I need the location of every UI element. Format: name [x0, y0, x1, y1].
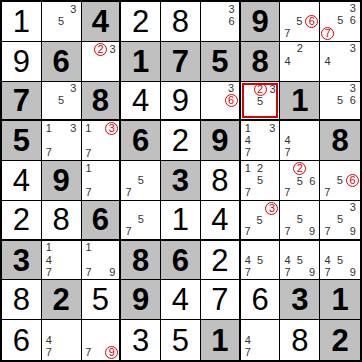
empty-slot [147, 187, 159, 199]
candidate-slot-5: 5 [254, 174, 266, 186]
empty-slot [55, 266, 67, 278]
cell-r3c4[interactable]: 4 [121, 82, 161, 122]
solved-digit: 8 [2, 280, 41, 319]
empty-slot [306, 162, 318, 175]
given-digit: 2 [42, 280, 81, 319]
cell-r4c5[interactable]: 2 [161, 121, 201, 161]
pencil-marks: 147 [43, 242, 80, 279]
empty-slot [346, 55, 359, 67]
empty-slot [105, 334, 118, 346]
empty-slot [242, 242, 254, 254]
candidate-7: 7 [85, 267, 91, 278]
empty-slot [321, 3, 334, 15]
empty-slot [294, 242, 306, 254]
empty-slot [213, 94, 224, 107]
empty-slot [266, 266, 278, 278]
empty-slot [105, 147, 118, 159]
cell-r8c2[interactable]: 2 [42, 280, 82, 320]
cell-r7c6[interactable]: 2 [201, 241, 241, 281]
candidate-3: 3 [269, 123, 275, 134]
empty-slot [55, 3, 67, 15]
cell-r2c2[interactable]: 6 [42, 42, 82, 82]
cell-r3c3[interactable]: 8 [82, 82, 122, 122]
cell-r2c1[interactable]: 9 [2, 42, 42, 82]
cell-r4c4[interactable]: 6 [121, 121, 161, 161]
cell-r7c5[interactable]: 6 [161, 241, 201, 281]
empty-slot [306, 187, 318, 199]
empty-slot [321, 174, 333, 187]
candidate-4: 4 [285, 135, 291, 146]
cell-r6c6[interactable]: 4 [201, 201, 241, 241]
candidate-6-circled: 6 [225, 94, 238, 107]
cell-r1c4[interactable]: 2 [121, 2, 161, 42]
candidate-slot-7: 7 [281, 28, 293, 40]
candidate-slot-3: 3 [67, 122, 79, 134]
empty-slot [242, 202, 254, 215]
pencil-marks: 457 [242, 242, 279, 279]
cell-r2c7[interactable]: 8 [241, 42, 281, 82]
cell-r4c2[interactable]: 137 [42, 121, 82, 161]
pencil-marks: 24 [281, 43, 318, 80]
candidate-slot-7: 7 [43, 346, 55, 359]
empty-slot [67, 106, 79, 118]
empty-slot [43, 15, 55, 27]
empty-slot [105, 135, 118, 147]
pencil-marks: 567 [281, 3, 318, 40]
empty-slot [321, 83, 334, 95]
candidate-7: 7 [324, 226, 330, 237]
candidate-5: 5 [337, 214, 343, 225]
cell-r6c3[interactable]: 6 [82, 201, 122, 241]
candidate-7: 7 [245, 226, 251, 237]
empty-slot [83, 254, 95, 266]
empty-slot [147, 162, 159, 174]
cell-r3c5[interactable]: 9 [161, 82, 201, 122]
empty-slot [321, 15, 334, 27]
cell-r4c1[interactable]: 5 [2, 121, 42, 161]
given-digit: 1 [280, 82, 319, 120]
empty-slot [55, 254, 67, 266]
empty-slot [94, 242, 106, 254]
cell-r6c7[interactable]: 357 [241, 201, 281, 241]
empty-slot [321, 106, 334, 118]
candidate-slot-7: 7 [242, 187, 254, 199]
candidate-slot-2: 2 [94, 43, 107, 56]
cell-r6c5[interactable]: 1 [161, 201, 201, 241]
empty-slot [266, 334, 278, 347]
cell-r8c4[interactable]: 9 [121, 280, 161, 320]
cell-r2c9[interactable]: 34 [320, 42, 360, 82]
candidate-slot-7: 7 [281, 266, 293, 278]
cell-r2c6[interactable]: 5 [201, 42, 241, 82]
cell-r3c6[interactable]: 36 [201, 82, 241, 122]
empty-slot [107, 68, 118, 80]
empty-slot [202, 15, 214, 27]
cell-r5c3[interactable]: 17 [82, 161, 122, 201]
cell-r3c9[interactable]: 356 [320, 82, 360, 122]
cell-r7c8[interactable]: 4579 [280, 241, 320, 281]
pencil-marks: 36 [202, 3, 238, 40]
candidate-slot-7: 7 [242, 226, 254, 237]
cell-r8c7[interactable]: 6 [241, 280, 281, 320]
pencil-marks: 57 [122, 162, 159, 199]
empty-slot [94, 254, 106, 266]
empty-slot [294, 226, 306, 238]
cell-r1c7[interactable]: 9 [241, 2, 281, 42]
candidate-7-circled: 7 [321, 27, 334, 40]
candidate-7: 7 [85, 347, 91, 358]
empty-slot [43, 135, 55, 147]
solved-digit: 8 [161, 2, 200, 41]
cell-r3c1[interactable]: 7 [2, 82, 42, 122]
cell-r1c1[interactable]: 1 [2, 2, 42, 42]
candidate-7: 7 [245, 187, 251, 198]
candidate-4: 4 [285, 255, 291, 266]
candidate-3: 3 [228, 83, 234, 94]
candidate-2: 2 [297, 43, 303, 54]
cell-r4c3[interactable]: 137 [82, 121, 122, 161]
cell-r2c8[interactable]: 24 [280, 42, 320, 82]
cell-r1c5[interactable]: 8 [161, 2, 201, 42]
pencil-marks: 137 [83, 122, 119, 159]
empty-slot [135, 202, 147, 214]
empty-slot [294, 67, 306, 79]
empty-slot [346, 162, 359, 174]
candidate-5: 5 [257, 255, 263, 266]
candidate-slot-3: 3 [347, 3, 359, 15]
empty-slot [321, 67, 334, 79]
candidate-7: 7 [125, 187, 131, 198]
candidate-5: 5 [337, 15, 343, 26]
empty-slot [83, 174, 95, 186]
cell-r1c6[interactable]: 36 [201, 2, 241, 42]
candidate-7: 7 [285, 147, 291, 158]
empty-slot [306, 254, 318, 266]
cell-r2c3[interactable]: 23 [82, 42, 122, 82]
pencil-marks: 357 [242, 202, 279, 238]
solved-digit: 8 [201, 161, 239, 200]
candidate-slot-3: 3 [346, 202, 359, 214]
cell-r1c8[interactable]: 567 [280, 2, 320, 42]
given-digit: 9 [121, 280, 160, 319]
cell-r9c8[interactable]: 8 [280, 320, 320, 360]
empty-slot [334, 67, 347, 79]
cell-r7c4[interactable]: 8 [121, 241, 161, 281]
candidate-slot-6: 6 [305, 15, 318, 28]
candidate-5: 5 [337, 255, 343, 266]
empty-slot [122, 162, 134, 174]
candidate-5: 5 [297, 176, 303, 187]
candidate-slot-3: 3 [226, 3, 238, 15]
empty-slot [334, 106, 347, 118]
cell-r6c4[interactable]: 57 [121, 201, 161, 241]
empty-slot [281, 202, 293, 214]
pencil-marks: 4579 [281, 242, 318, 279]
cell-r3c7[interactable]: 235 [241, 82, 281, 122]
cell-r8c9[interactable]: 1 [320, 280, 360, 320]
candidate-slot-5: 5 [55, 15, 67, 27]
candidate-slot-7: 7 [83, 147, 94, 159]
cell-r6c9[interactable]: 3579 [320, 201, 360, 241]
candidate-slot-7: 7 [83, 346, 94, 359]
empty-slot [55, 242, 67, 254]
pencil-marks: 57 [122, 202, 159, 238]
empty-slot [122, 214, 134, 226]
pencil-marks: 2567 [281, 162, 318, 199]
empty-slot [55, 334, 67, 347]
empty-slot [122, 202, 134, 214]
cell-r1c9[interactable]: 3567 [320, 2, 360, 42]
cell-r9c3[interactable]: 79 [82, 320, 122, 360]
cell-r5c9[interactable]: 567 [320, 161, 360, 201]
candidate-slot-5: 5 [294, 254, 306, 266]
solved-digit: 3 [121, 320, 160, 360]
empty-slot [266, 162, 278, 174]
cell-r4c9[interactable]: 8 [320, 121, 360, 161]
candidate-slot-4: 4 [242, 254, 254, 266]
candidate-2-circled: 2 [254, 83, 267, 96]
empty-slot [106, 187, 118, 199]
cell-r6c2[interactable]: 8 [42, 201, 82, 241]
empty-slot [334, 3, 346, 15]
cell-r1c3[interactable]: 4 [82, 2, 122, 42]
empty-slot [43, 321, 55, 334]
cell-r8c3[interactable]: 5 [82, 280, 122, 320]
empty-slot [94, 122, 105, 135]
cell-r4c6[interactable]: 9 [201, 121, 241, 161]
empty-slot [281, 162, 293, 175]
empty-slot [265, 215, 278, 226]
candidate-slot-2: 2 [293, 162, 306, 175]
candidate-slot-7: 7 [281, 147, 293, 159]
candidate-2: 2 [257, 163, 263, 174]
empty-slot [83, 56, 94, 68]
empty-slot [294, 202, 306, 214]
candidate-7: 7 [46, 347, 52, 358]
cell-r2c4[interactable]: 1 [121, 42, 161, 82]
given-digit: 3 [280, 280, 319, 319]
empty-slot [67, 242, 79, 254]
empty-slot [202, 3, 214, 15]
candidate-7: 7 [46, 267, 52, 278]
candidate-slot-1: 1 [43, 122, 55, 134]
cell-r7c9[interactable]: 4579 [320, 241, 360, 281]
candidate-1: 1 [85, 123, 91, 134]
pencil-marks: 356 [321, 83, 359, 119]
empty-slot [266, 187, 278, 199]
empty-slot [265, 226, 278, 237]
candidate-7: 7 [284, 28, 290, 39]
candidate-slot-5: 5 [294, 214, 306, 226]
empty-slot [83, 68, 94, 80]
candidate-7: 7 [324, 267, 330, 278]
cell-r5c4[interactable]: 57 [121, 161, 161, 201]
cell-r5c2[interactable]: 9 [42, 161, 82, 201]
empty-slot [202, 107, 213, 118]
cell-r5c1[interactable]: 4 [2, 161, 42, 201]
candidate-7: 7 [324, 187, 330, 198]
candidate-slot-5: 5 [293, 175, 306, 187]
candidate-9: 9 [109, 267, 115, 278]
cell-r9c2[interactable]: 47 [42, 320, 82, 360]
pencil-marks: 47 [43, 321, 80, 359]
cell-r4c8[interactable]: 47 [280, 121, 320, 161]
pencil-marks: 3579 [321, 202, 359, 238]
cell-r2c5[interactable]: 7 [161, 42, 201, 82]
given-digit: 2 [320, 320, 360, 360]
cell-r9c9[interactable]: 2 [320, 320, 360, 360]
candidate-3: 3 [70, 4, 76, 15]
given-digit: 9 [241, 2, 280, 41]
candidate-slot-2: 2 [254, 83, 267, 96]
empty-slot [94, 135, 105, 147]
candidate-slot-3: 3 [225, 83, 238, 94]
cell-r9c4[interactable]: 3 [121, 320, 161, 360]
candidate-5: 5 [256, 215, 262, 226]
pencil-marks: 36 [202, 83, 238, 119]
pencil-marks: 34 [321, 43, 359, 80]
candidate-slot-9: 9 [306, 226, 318, 238]
empty-slot [67, 266, 79, 278]
candidate-slot-6: 6 [347, 15, 359, 27]
candidate-6: 6 [350, 15, 356, 26]
empty-slot [306, 214, 318, 226]
empty-slot [321, 162, 333, 174]
empty-slot [83, 334, 94, 346]
candidate-9: 9 [350, 267, 356, 278]
candidate-3: 3 [110, 44, 116, 55]
candidate-3: 3 [350, 83, 356, 94]
empty-slot [334, 242, 347, 254]
pencil-marks: 137 [43, 122, 80, 159]
empty-slot [94, 174, 106, 186]
candidate-slot-9: 9 [105, 346, 118, 359]
empty-slot [55, 135, 67, 147]
candidate-slot-5: 5 [135, 214, 147, 226]
cell-r1c2[interactable]: 35 [42, 2, 82, 42]
empty-slot [147, 174, 159, 186]
candidate-3-circled: 3 [105, 122, 118, 135]
cell-r5c6[interactable]: 8 [201, 161, 241, 201]
pencil-marks: 1257 [242, 162, 279, 199]
candidate-slot-4: 4 [43, 254, 55, 266]
candidate-slot-5: 5 [135, 174, 147, 186]
cell-r9c7[interactable]: 47 [241, 320, 281, 360]
candidate-slot-4: 4 [321, 254, 334, 266]
pencil-marks: 35 [43, 83, 80, 119]
empty-slot [266, 321, 278, 334]
empty-slot [306, 202, 318, 214]
cell-r7c1[interactable]: 3 [2, 241, 42, 281]
pencil-marks: 79 [83, 321, 119, 359]
candidate-7: 7 [245, 147, 251, 158]
solved-digit: 8 [42, 201, 81, 239]
empty-slot [306, 43, 318, 55]
candidate-5: 5 [337, 175, 343, 186]
candidate-1: 1 [46, 242, 52, 253]
solved-digit: 2 [121, 2, 160, 41]
empty-slot [294, 135, 306, 147]
cell-r5c5[interactable]: 3 [161, 161, 201, 201]
candidate-slot-4: 4 [281, 254, 293, 266]
pencil-marks: 47 [242, 321, 279, 359]
solved-digit: 8 [280, 320, 319, 360]
empty-slot [94, 162, 106, 174]
empty-slot [347, 27, 359, 40]
cell-r8c1[interactable]: 8 [2, 280, 42, 320]
cell-r3c2[interactable]: 35 [42, 82, 82, 122]
cell-r7c7[interactable]: 457 [241, 241, 281, 281]
cell-r8c6[interactable]: 7 [201, 280, 241, 320]
given-digit: 8 [121, 241, 160, 280]
candidate-3: 3 [269, 84, 275, 95]
candidate-slot-3: 3 [266, 122, 278, 134]
empty-slot [55, 106, 67, 118]
candidate-9: 9 [309, 226, 315, 237]
candidate-6-circled: 6 [305, 15, 318, 28]
empty-slot [213, 83, 224, 94]
solved-digit: 9 [2, 42, 41, 81]
empty-slot [202, 94, 213, 107]
cell-r9c1[interactable]: 6 [2, 320, 42, 360]
candidate-5: 5 [257, 175, 263, 186]
empty-slot [83, 321, 94, 333]
empty-slot [94, 68, 107, 80]
empty-slot [43, 94, 55, 106]
empty-slot [294, 122, 306, 134]
candidate-slot-5: 5 [293, 15, 305, 28]
empty-slot [214, 3, 226, 15]
cell-r7c3[interactable]: 179 [82, 241, 122, 281]
candidate-slot-5: 5 [334, 174, 346, 187]
cell-r3c8[interactable]: 1 [280, 82, 320, 122]
candidate-4: 4 [285, 56, 291, 67]
pencil-marks: 179 [83, 242, 119, 279]
cell-r7c2[interactable]: 147 [42, 241, 82, 281]
candidate-slot-1: 1 [242, 122, 254, 134]
cell-r5c7[interactable]: 1257 [241, 161, 281, 201]
cell-r5c8[interactable]: 2567 [280, 161, 320, 201]
candidate-1: 1 [245, 123, 251, 134]
empty-slot [67, 254, 79, 266]
candidate-2-circled: 2 [94, 43, 107, 56]
candidate-slot-6: 6 [226, 15, 238, 27]
candidate-slot-4: 4 [281, 135, 293, 147]
given-digit: 6 [121, 121, 160, 160]
given-digit: 9 [42, 161, 81, 200]
cell-r8c5[interactable]: 4 [161, 280, 201, 320]
cell-r9c6[interactable]: 1 [201, 320, 241, 360]
cell-r6c1[interactable]: 2 [2, 201, 42, 241]
cell-r8c8[interactable]: 3 [280, 280, 320, 320]
pencil-marks: 567 [321, 162, 359, 199]
candidate-5: 5 [297, 214, 303, 225]
empty-slot [67, 334, 79, 347]
cell-r6c8[interactable]: 579 [280, 201, 320, 241]
pencil-marks: 4579 [321, 242, 359, 279]
empty-slot [55, 147, 67, 159]
empty-slot [67, 135, 79, 147]
candidate-slot-9: 9 [346, 226, 359, 238]
empty-slot [281, 122, 293, 134]
candidate-slot-7: 7 [122, 226, 134, 238]
cell-r4c7[interactable]: 1347 [241, 121, 281, 161]
candidate-3: 3 [350, 3, 356, 14]
given-digit: 4 [82, 2, 120, 41]
empty-slot [305, 28, 318, 40]
candidate-slot-7: 7 [43, 147, 55, 159]
cell-r9c5[interactable]: 5 [161, 320, 201, 360]
